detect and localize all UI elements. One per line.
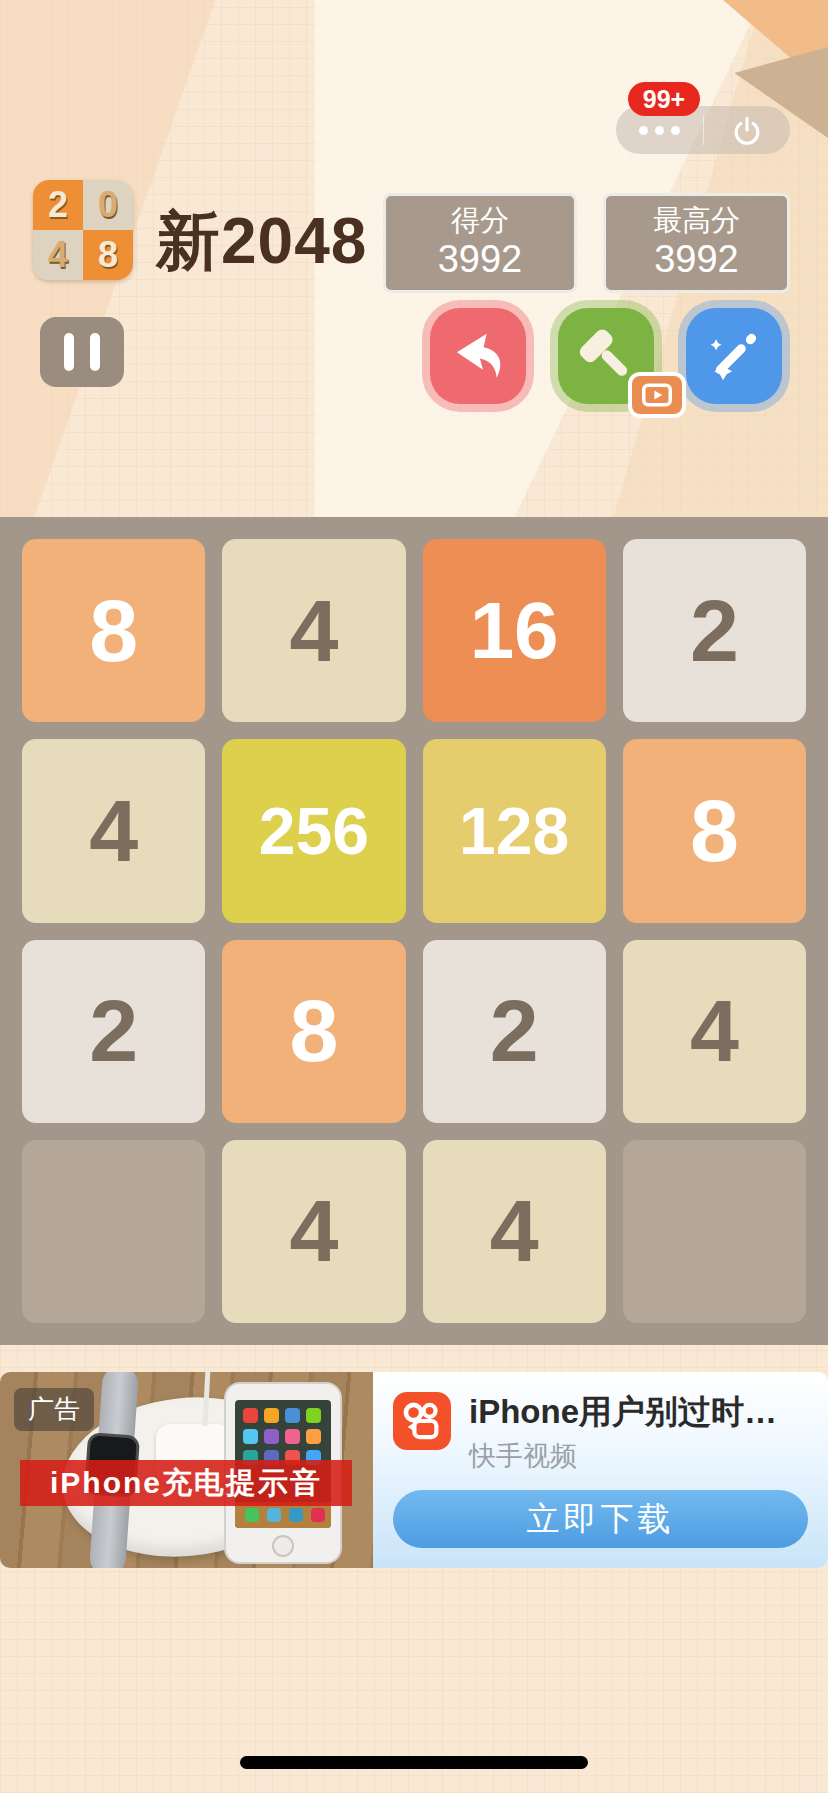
tile-4: 4	[22, 739, 205, 922]
home-indicator-bar[interactable]	[240, 1756, 588, 1769]
best-score-label: 最高分	[653, 204, 740, 237]
video-play-icon	[642, 382, 672, 408]
score-label: 得分	[451, 204, 509, 237]
app-logo: 2 0 4 8	[33, 180, 133, 280]
tile-256: 256	[222, 739, 405, 922]
tile-8: 8	[623, 739, 806, 922]
undo-arrow-icon	[447, 325, 509, 387]
app-title: 新2048	[156, 198, 367, 285]
game-screen: 99+ 2 0 4 8 新2048 得分 3992 最高分 3992	[0, 0, 828, 1793]
tile-2: 2	[623, 539, 806, 722]
score-value: 3992	[438, 238, 523, 282]
magic-wand-button[interactable]	[686, 308, 782, 404]
logo-cell: 0	[83, 180, 133, 230]
tile-2: 2	[22, 940, 205, 1123]
pause-icon	[64, 333, 74, 371]
dock-icons	[245, 1508, 259, 1522]
score-box: 得分 3992	[383, 193, 577, 293]
more-options-icon	[671, 126, 680, 135]
tile-128: 128	[423, 739, 606, 922]
game-board[interactable]: 8416242561288282444	[0, 517, 828, 1345]
tile-4: 4	[623, 940, 806, 1123]
watch-video-badge[interactable]	[628, 372, 686, 418]
ad-banner[interactable]: iPhone充电提示音 广告 iPhone用户别过时… 快手视频 立即下载	[0, 1372, 828, 1568]
ad-photo-caption: iPhone充电提示音	[20, 1460, 352, 1506]
pause-icon	[90, 333, 100, 371]
power-close-button[interactable]	[704, 106, 791, 154]
notification-badge: 99+	[628, 82, 700, 116]
more-options-icon	[655, 126, 664, 135]
tile-8: 8	[222, 940, 405, 1123]
tile-16: 16	[423, 539, 606, 722]
ad-info-panel: iPhone用户别过时… 快手视频 立即下载	[373, 1372, 828, 1568]
best-score-box: 最高分 3992	[603, 193, 790, 293]
ad-title: iPhone用户别过时…	[469, 1390, 777, 1435]
pause-button[interactable]	[40, 317, 124, 387]
empty-cell	[623, 1140, 806, 1323]
tile-4: 4	[222, 1140, 405, 1323]
download-button[interactable]: 立即下载	[393, 1490, 808, 1548]
board-grid: 8416242561288282444	[22, 539, 806, 1323]
ad-tag: 广告	[14, 1388, 94, 1431]
tile-4: 4	[423, 1140, 606, 1323]
more-options-icon	[639, 126, 648, 135]
ad-subtitle: 快手视频	[469, 1438, 577, 1474]
logo-cell: 4	[33, 230, 83, 280]
kuaishou-logo-icon	[393, 1392, 451, 1450]
power-icon	[729, 112, 765, 148]
tile-2: 2	[423, 940, 606, 1123]
logo-cell: 2	[33, 180, 83, 230]
undo-button[interactable]	[430, 308, 526, 404]
iphone-home-button	[272, 1535, 294, 1557]
best-score-value: 3992	[654, 238, 739, 282]
app-icons	[243, 1408, 258, 1423]
empty-cell	[22, 1140, 205, 1323]
tile-8: 8	[22, 539, 205, 722]
tile-4: 4	[222, 539, 405, 722]
ad-photo: iPhone充电提示音 广告	[0, 1372, 373, 1568]
magic-wand-icon	[702, 324, 766, 388]
logo-cell: 8	[83, 230, 133, 280]
